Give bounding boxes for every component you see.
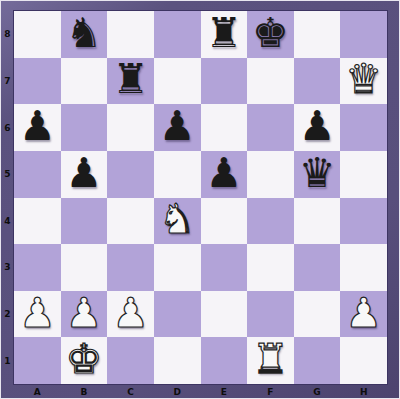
piece-white-pawn-h2[interactable]: ♟ <box>345 293 382 334</box>
square-a3[interactable] <box>14 244 61 291</box>
rank-label-8: 8 <box>1 11 14 58</box>
square-h8[interactable] <box>340 11 387 58</box>
square-h7[interactable]: ♛ <box>340 58 387 105</box>
rank-label-6: 6 <box>1 104 14 151</box>
square-e5[interactable]: ♟ <box>201 151 248 198</box>
piece-white-pawn-c2[interactable]: ♟ <box>112 293 149 334</box>
chess-board: ♞♜♚♜♛♟♟♟♟♟♛♞♟♟♟♟♚♜ <box>14 11 387 384</box>
square-e3[interactable] <box>201 244 248 291</box>
square-g8[interactable] <box>294 11 341 58</box>
square-c3[interactable] <box>107 244 154 291</box>
file-label-f: F <box>247 385 294 399</box>
square-b8[interactable]: ♞ <box>61 11 108 58</box>
square-a6[interactable]: ♟ <box>14 104 61 151</box>
square-h4[interactable] <box>340 198 387 245</box>
square-c6[interactable] <box>107 104 154 151</box>
square-d8[interactable] <box>154 11 201 58</box>
square-d5[interactable] <box>154 151 201 198</box>
square-b5[interactable]: ♟ <box>61 151 108 198</box>
square-b7[interactable] <box>61 58 108 105</box>
file-label-b: B <box>61 385 108 399</box>
square-c8[interactable] <box>107 11 154 58</box>
piece-black-pawn-b5[interactable]: ♟ <box>66 153 103 194</box>
piece-black-pawn-g6[interactable]: ♟ <box>299 106 336 147</box>
square-f7[interactable] <box>247 58 294 105</box>
square-g1[interactable] <box>294 337 341 384</box>
rank-label-1: 1 <box>1 337 14 384</box>
square-c1[interactable] <box>107 337 154 384</box>
square-c5[interactable] <box>107 151 154 198</box>
piece-white-knight-d4[interactable]: ♞ <box>159 199 196 240</box>
file-label-g: G <box>294 385 341 399</box>
piece-black-queen-g5[interactable]: ♛ <box>299 153 336 194</box>
piece-white-pawn-a2[interactable]: ♟ <box>19 293 56 334</box>
square-b2[interactable]: ♟ <box>61 291 108 338</box>
file-label-c: C <box>107 385 154 399</box>
square-h1[interactable] <box>340 337 387 384</box>
square-c7[interactable]: ♜ <box>107 58 154 105</box>
square-a7[interactable] <box>14 58 61 105</box>
square-a1[interactable] <box>14 337 61 384</box>
square-c4[interactable] <box>107 198 154 245</box>
square-e4[interactable] <box>201 198 248 245</box>
file-label-e: E <box>201 385 248 399</box>
square-g7[interactable] <box>294 58 341 105</box>
file-label-h: H <box>340 385 387 399</box>
square-a5[interactable] <box>14 151 61 198</box>
square-e7[interactable] <box>201 58 248 105</box>
square-f3[interactable] <box>247 244 294 291</box>
square-g3[interactable] <box>294 244 341 291</box>
rank-label-4: 4 <box>1 198 14 245</box>
piece-white-pawn-b2[interactable]: ♟ <box>66 293 103 334</box>
square-d3[interactable] <box>154 244 201 291</box>
piece-black-pawn-e5[interactable]: ♟ <box>205 153 242 194</box>
square-g2[interactable] <box>294 291 341 338</box>
square-h6[interactable] <box>340 104 387 151</box>
square-b6[interactable] <box>61 104 108 151</box>
square-f6[interactable] <box>247 104 294 151</box>
piece-black-rook-c7[interactable]: ♜ <box>112 59 149 100</box>
square-d6[interactable]: ♟ <box>154 104 201 151</box>
square-h5[interactable] <box>340 151 387 198</box>
rank-label-3: 3 <box>1 244 14 291</box>
square-f1[interactable]: ♜ <box>247 337 294 384</box>
piece-black-king-f8[interactable]: ♚ <box>252 13 289 54</box>
square-f8[interactable]: ♚ <box>247 11 294 58</box>
square-b1[interactable]: ♚ <box>61 337 108 384</box>
square-g6[interactable]: ♟ <box>294 104 341 151</box>
square-f5[interactable] <box>247 151 294 198</box>
rank-label-7: 7 <box>1 58 14 105</box>
square-g4[interactable] <box>294 198 341 245</box>
square-d2[interactable] <box>154 291 201 338</box>
square-e1[interactable] <box>201 337 248 384</box>
square-f4[interactable] <box>247 198 294 245</box>
square-e2[interactable] <box>201 291 248 338</box>
piece-white-queen-h7[interactable]: ♛ <box>345 59 382 100</box>
square-h3[interactable] <box>340 244 387 291</box>
square-f2[interactable] <box>247 291 294 338</box>
rank-label-2: 2 <box>1 291 14 338</box>
piece-black-rook-e8[interactable]: ♜ <box>205 13 242 54</box>
rank-label-5: 5 <box>1 151 14 198</box>
square-d7[interactable] <box>154 58 201 105</box>
piece-white-king-b1[interactable]: ♚ <box>66 339 103 380</box>
square-e8[interactable]: ♜ <box>201 11 248 58</box>
square-d4[interactable]: ♞ <box>154 198 201 245</box>
square-e6[interactable] <box>201 104 248 151</box>
square-a4[interactable] <box>14 198 61 245</box>
piece-black-pawn-a6[interactable]: ♟ <box>19 106 56 147</box>
piece-black-pawn-d6[interactable]: ♟ <box>159 106 196 147</box>
square-c2[interactable]: ♟ <box>107 291 154 338</box>
square-a2[interactable]: ♟ <box>14 291 61 338</box>
square-g5[interactable]: ♛ <box>294 151 341 198</box>
square-a8[interactable] <box>14 11 61 58</box>
square-b3[interactable] <box>61 244 108 291</box>
square-b4[interactable] <box>61 198 108 245</box>
piece-white-rook-f1[interactable]: ♜ <box>252 339 289 380</box>
square-h2[interactable]: ♟ <box>340 291 387 338</box>
file-label-a: A <box>14 385 61 399</box>
board-frame: ♞♜♚♜♛♟♟♟♟♟♛♞♟♟♟♟♚♜ 87654321 ABCDEFGH <box>0 0 400 399</box>
piece-black-knight-b8[interactable]: ♞ <box>66 13 103 54</box>
file-label-d: D <box>154 385 201 399</box>
square-d1[interactable] <box>154 337 201 384</box>
